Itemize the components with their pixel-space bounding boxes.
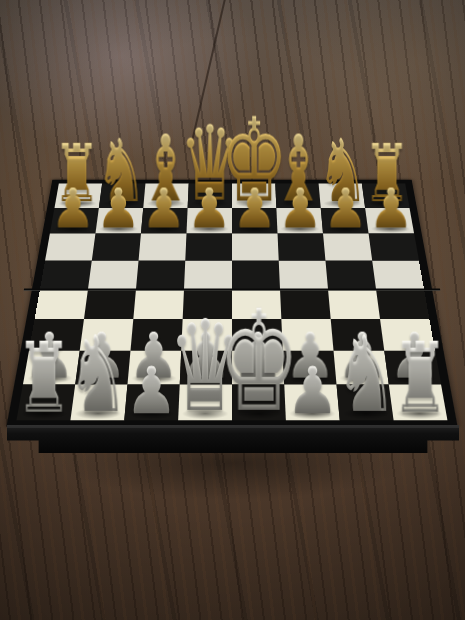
square-a1: ♜ xyxy=(17,384,76,420)
square-h7: ♟ xyxy=(365,208,414,234)
square-c5 xyxy=(136,261,185,289)
square-h1: ♜ xyxy=(389,384,448,420)
square-e1: ♚ xyxy=(232,384,286,420)
piece-gold-pawn: ♟ xyxy=(141,188,186,231)
piece-silver-king: ♚ xyxy=(218,307,301,417)
chessboard: ♜♞♝♛♚♝♞♜♟♟♟♟♟♟♟♟♟♟♟♟♟♟♟♟♜♞♟♛♚♟♞♜ xyxy=(6,180,457,427)
board-front-edge xyxy=(7,425,459,453)
board-front-edge-highlight xyxy=(7,425,459,428)
square-a7: ♟ xyxy=(50,208,99,234)
square-c7: ♟ xyxy=(141,208,188,234)
square-g7: ♟ xyxy=(321,208,369,234)
square-d7: ♟ xyxy=(186,208,232,234)
piece-gold-pawn: ♟ xyxy=(278,188,323,231)
piece-gold-pawn: ♟ xyxy=(369,188,414,231)
square-g5 xyxy=(325,261,376,289)
piece-silver-knight: ♞ xyxy=(335,334,397,417)
square-f7: ♟ xyxy=(276,208,323,234)
square-g1: ♞ xyxy=(337,384,394,420)
board-grid: ♜♞♝♛♚♝♞♜♟♟♟♟♟♟♟♟♟♟♟♟♟♟♟♟♜♞♟♛♚♟♞♜ xyxy=(17,184,448,421)
square-b1: ♞ xyxy=(70,384,127,420)
piece-gold-pawn: ♟ xyxy=(96,188,141,231)
square-a5 xyxy=(40,261,92,289)
piece-silver-pawn: ♟ xyxy=(125,365,178,416)
piece-silver-knight: ♞ xyxy=(66,334,128,417)
piece-silver-rook: ♜ xyxy=(391,340,448,416)
square-h5 xyxy=(372,261,424,289)
piece-silver-rook: ♜ xyxy=(15,340,72,416)
piece-gold-pawn: ♟ xyxy=(51,188,96,231)
square-b5 xyxy=(88,261,139,289)
piece-gold-pawn: ♟ xyxy=(323,188,368,231)
photo-scene: ♜♞♝♛♚♝♞♜♟♟♟♟♟♟♟♟♟♟♟♟♟♟♟♟♜♞♟♛♚♟♞♜ xyxy=(0,0,465,620)
piece-gold-pawn: ♟ xyxy=(232,188,277,231)
square-c1: ♟ xyxy=(124,384,179,420)
square-b7: ♟ xyxy=(95,208,143,234)
square-e7: ♟ xyxy=(232,208,278,234)
piece-gold-pawn: ♟ xyxy=(187,188,232,231)
